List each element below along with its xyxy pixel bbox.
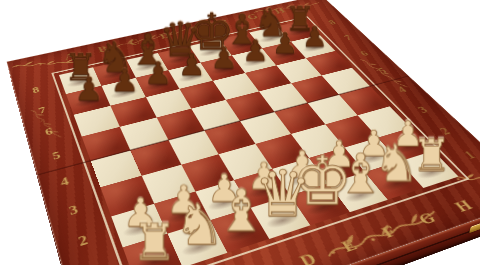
black-pawn[interactable]: ♟ — [242, 35, 268, 64]
chess-set-photo-scene: ABCDEFGH 87654321 87654321 ABCDEFGH ♜♞♝♛… — [0, 0, 480, 265]
white-rook[interactable]: ♜ — [131, 216, 176, 265]
black-pawn[interactable]: ♟ — [272, 29, 298, 58]
board-frame: ABCDEFGH 87654321 87654321 ABCDEFGH ♜♞♝♛… — [7, 0, 480, 265]
black-pawn[interactable]: ♟ — [145, 57, 173, 88]
black-pawn[interactable]: ♟ — [110, 65, 138, 96]
black-pawn[interactable]: ♟ — [211, 42, 238, 72]
black-pawn[interactable]: ♟ — [74, 73, 103, 105]
brass-clasp[interactable] — [469, 221, 480, 233]
file-label: F — [364, 217, 415, 246]
white-knight[interactable]: ♞ — [173, 195, 224, 252]
chess-board: ABCDEFGH 87654321 87654321 ABCDEFGH ♜♞♝♛… — [7, 0, 480, 265]
square-a1[interactable]: ♜ — [123, 233, 183, 265]
black-pawn[interactable]: ♟ — [178, 50, 205, 80]
black-pawn[interactable]: ♟ — [302, 22, 328, 51]
